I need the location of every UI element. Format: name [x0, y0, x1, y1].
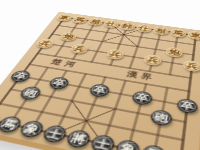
piece-red-soldier[interactable]: 兵 [69, 43, 90, 55]
xiangqi-board: 楚河 漢界 車馬相仕帥仕相馬車炮炮兵兵兵兵兵卒卒卒卒卒砲砲車馬象士將士象馬車 [0, 12, 200, 150]
piece-red-elephant[interactable]: 相 [152, 26, 170, 36]
piece-red-advisor[interactable]: 仕 [135, 24, 153, 34]
piece-red-horse[interactable]: 馬 [70, 15, 89, 24]
piece-black-soldier[interactable]: 卒 [46, 76, 71, 91]
piece-red-cannon[interactable]: 炮 [58, 31, 79, 41]
piece-red-advisor[interactable]: 仕 [102, 19, 120, 28]
board-perspective-wrapper: 楚河 漢界 車馬相仕帥仕相馬車炮炮兵兵兵兵兵卒卒卒卒卒砲砲車馬象士將士象馬車 [0, 12, 200, 150]
photo-background: 楚河 漢界 車馬相仕帥仕相馬車炮炮兵兵兵兵兵卒卒卒卒卒砲砲車馬象士將士象馬車 [0, 0, 200, 150]
piece-black-general[interactable]: 將 [64, 128, 93, 150]
piece-red-general[interactable]: 帥 [118, 21, 136, 31]
piece-black-advisor[interactable]: 士 [88, 133, 117, 150]
piece-red-elephant[interactable]: 相 [86, 17, 105, 26]
piece-black-soldier[interactable]: 卒 [130, 90, 154, 107]
piece-red-horse[interactable]: 馬 [169, 28, 186, 38]
piece-black-horse[interactable]: 馬 [140, 143, 168, 150]
piece-red-soldier[interactable]: 兵 [105, 48, 126, 60]
piece-red-cannon[interactable]: 炮 [165, 46, 184, 58]
piece-black-elephant[interactable]: 象 [17, 119, 47, 139]
piece-red-chariot[interactable]: 車 [187, 30, 200, 40]
piece-black-advisor[interactable]: 士 [40, 124, 70, 145]
piece-black-chariot[interactable]: 車 [167, 148, 194, 150]
pieces-grid: 車馬相仕帥仕相馬車炮炮兵兵兵兵兵卒卒卒卒卒砲砲車馬象士將士象馬車 [0, 13, 200, 150]
piece-red-chariot[interactable]: 車 [55, 13, 74, 22]
piece-red-soldier[interactable]: 兵 [143, 54, 163, 67]
piece-black-cannon[interactable]: 砲 [17, 85, 44, 101]
piece-red-soldier[interactable]: 兵 [182, 59, 200, 72]
piece-black-soldier[interactable]: 卒 [87, 83, 111, 99]
piece-black-cannon[interactable]: 砲 [149, 108, 173, 127]
piece-black-elephant[interactable]: 象 [114, 138, 142, 150]
piece-black-soldier[interactable]: 卒 [176, 97, 199, 115]
piece-red-soldier[interactable]: 兵 [34, 38, 56, 49]
